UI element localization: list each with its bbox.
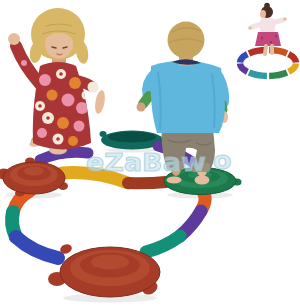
turtle-stone-top-left [0, 158, 68, 197]
inset-skirt-dot [270, 41, 272, 43]
product-photo: eZaBaw o [0, 0, 300, 308]
inset-ring-segment [289, 64, 296, 72]
boy-left-forearm-sleeve [143, 96, 149, 104]
boy-left-foot [167, 177, 182, 184]
inset-child-skirt [255, 32, 281, 46]
inset-skirt-dot [261, 37, 263, 39]
inset-ring-segment [249, 73, 267, 76]
link-yellow [62, 172, 128, 183]
boy-left-cuff [166, 161, 184, 170]
scene-illustration [0, 0, 300, 308]
girl-sleeve-cuff [88, 82, 99, 93]
inset-ring [240, 50, 296, 76]
balance-ring-right-chain [146, 192, 205, 252]
link-purple-girl-step [40, 152, 88, 160]
girl-right-hand [93, 89, 106, 114]
girl-figure [8, 8, 107, 155]
boy-figure [137, 22, 229, 185]
inset-ring-segment [289, 54, 296, 62]
inset-child-hair-bun [264, 3, 270, 9]
link-blue [16, 237, 58, 258]
boy-right-foot [195, 176, 210, 185]
inset-child-torso [260, 18, 275, 33]
inset-skirt-dot [275, 35, 277, 37]
turtle-far-shell-top [108, 132, 156, 143]
inset-ring-segment [269, 73, 287, 76]
balance-ring-chord [62, 172, 166, 183]
link-darkred [128, 182, 166, 183]
inset-ring-segment [240, 64, 247, 72]
inset-child-right-hand [283, 17, 287, 21]
inset-child-left-hand [248, 26, 252, 30]
turtle-shell-ring [24, 167, 44, 176]
inset-photo [240, 3, 296, 76]
link-teal-right [146, 236, 180, 252]
girl-raised-fist [8, 33, 20, 45]
inset-ring-segment [240, 54, 247, 62]
inset-child-left-leg [265, 46, 266, 54]
girl-sleeve-flower [21, 60, 27, 66]
inset-child-face [260, 10, 266, 18]
boy-right-cuff [191, 163, 210, 172]
balance-ring-left-chain [12, 191, 58, 258]
girl-mouth [57, 54, 62, 55]
turtle-shell-ring [91, 255, 129, 270]
boy-left-hand [137, 103, 146, 112]
